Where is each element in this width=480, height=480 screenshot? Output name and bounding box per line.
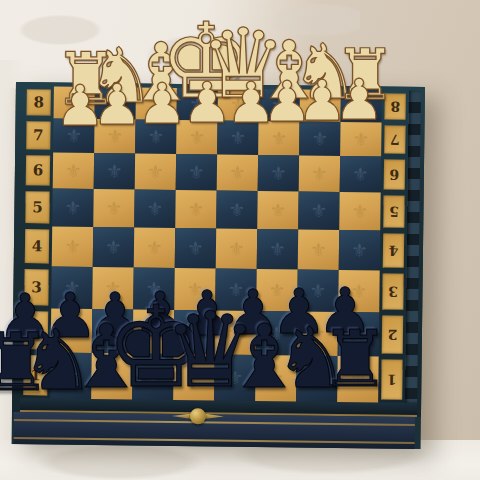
rank-label-right-6: 6 (381, 156, 408, 192)
square-h4[interactable]: ⚜ (339, 230, 380, 270)
floral-stamp-icon: ⚜ (352, 165, 369, 184)
square-d4[interactable]: ⚜ (175, 228, 216, 268)
square-f4[interactable]: ⚜ (257, 229, 298, 269)
floral-stamp-icon: ⚜ (310, 201, 327, 220)
floral-stamp-icon: ⚜ (64, 237, 81, 256)
piece-white-pawn-c7[interactable]: ♟ (137, 76, 187, 132)
rank-label-right-3: 3 (379, 270, 407, 312)
piece-white-pawn-h7[interactable]: ♟ (334, 72, 384, 128)
square-h6[interactable]: ⚜ (340, 156, 381, 192)
rank-digit: 8 (27, 89, 51, 115)
rank-label-left-7: 7 (23, 118, 53, 152)
square-e5[interactable]: ⚜ (216, 190, 257, 228)
square-c5[interactable]: ⚜ (134, 189, 175, 227)
rank-label-left-5: 5 (22, 188, 52, 226)
floral-stamp-icon: ⚜ (65, 161, 82, 180)
rank-digit: 5 (25, 191, 49, 223)
floral-stamp-icon: ⚜ (64, 198, 81, 217)
piece-white-pawn-b7[interactable]: ♟ (92, 77, 142, 133)
rank-digit: 7 (384, 126, 405, 154)
floral-stamp-icon: ⚜ (269, 240, 286, 259)
rank-digit: 6 (384, 160, 405, 190)
floral-stamp-icon: ⚜ (229, 163, 246, 182)
rank-digit: 3 (382, 273, 403, 309)
square-f6[interactable]: ⚜ (258, 155, 299, 191)
square-e4[interactable]: ⚜ (216, 228, 257, 268)
square-b4[interactable]: ⚜ (93, 227, 134, 267)
floral-stamp-icon: ⚜ (352, 130, 369, 149)
floral-stamp-icon: ⚜ (146, 238, 163, 257)
floral-stamp-icon: ⚜ (228, 239, 245, 258)
square-a4[interactable]: ⚜ (52, 226, 93, 266)
square-c6[interactable]: ⚜ (135, 153, 176, 189)
piece-black-rook-h1[interactable]: ♜ (320, 320, 390, 398)
square-h5[interactable]: ⚜ (339, 192, 380, 230)
floral-stamp-icon: ⚜ (188, 163, 205, 182)
square-e6[interactable]: ⚜ (217, 154, 258, 190)
rank-digit: 5 (383, 195, 404, 227)
rank-label-left-4: 4 (22, 226, 52, 266)
floral-stamp-icon: ⚜ (270, 164, 287, 183)
rank-label-left-6: 6 (23, 152, 53, 188)
square-b6[interactable]: ⚜ (94, 153, 135, 189)
square-d6[interactable]: ⚜ (176, 154, 217, 190)
floral-stamp-icon: ⚜ (106, 162, 123, 181)
floral-stamp-icon: ⚜ (310, 240, 327, 259)
floral-stamp-icon: ⚜ (105, 199, 122, 218)
square-a6[interactable]: ⚜ (53, 152, 94, 188)
gold-pinstripe (14, 437, 415, 444)
floral-stamp-icon: ⚜ (228, 200, 245, 219)
rank-digit: 7 (26, 121, 50, 149)
square-b5[interactable]: ⚜ (93, 189, 134, 227)
rank-label-right-4: 4 (380, 230, 407, 270)
floral-stamp-icon: ⚜ (147, 162, 164, 181)
square-g4[interactable]: ⚜ (298, 229, 339, 269)
floral-stamp-icon: ⚜ (351, 241, 368, 260)
square-g5[interactable]: ⚜ (298, 191, 339, 229)
rank-digit: 4 (383, 233, 404, 267)
piece-white-pawn-d7[interactable]: ♟ (182, 75, 232, 131)
rank-digit: 6 (26, 155, 50, 185)
floral-stamp-icon: ⚜ (105, 238, 122, 257)
board-row-rank-4: 4⚜⚜⚜⚜⚜⚜⚜⚜4 (22, 226, 407, 271)
rank-label-right-5: 5 (380, 192, 407, 230)
floral-stamp-icon: ⚜ (311, 164, 328, 183)
square-a5[interactable]: ⚜ (52, 188, 93, 226)
rank-label-left-8: 8 (24, 86, 54, 118)
box-front-wall (14, 412, 415, 449)
rank-label-right-7: 7 (381, 122, 408, 156)
rank-digit: 4 (25, 229, 49, 263)
square-g6[interactable]: ⚜ (299, 155, 340, 191)
floral-stamp-icon: ⚜ (187, 239, 204, 258)
board-edge-trim (405, 91, 421, 403)
board-row-rank-6: 6⚜⚜⚜⚜⚜⚜⚜⚜6 (23, 152, 408, 193)
square-d5[interactable]: ⚜ (175, 190, 216, 228)
floral-stamp-icon: ⚜ (351, 202, 368, 221)
square-f5[interactable]: ⚜ (257, 191, 298, 229)
floral-stamp-icon: ⚜ (187, 200, 204, 219)
square-c4[interactable]: ⚜ (134, 227, 175, 267)
floral-stamp-icon: ⚜ (269, 201, 286, 220)
board-row-rank-5: 5⚜⚜⚜⚜⚜⚜⚜⚜5 (22, 188, 407, 231)
floral-stamp-icon: ⚜ (146, 199, 163, 218)
